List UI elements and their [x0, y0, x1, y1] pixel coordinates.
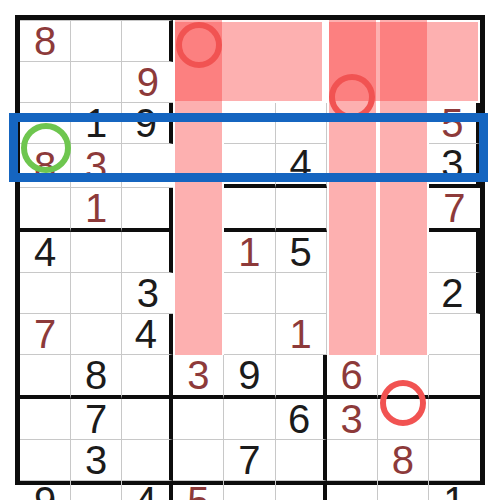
- cell-r3c7[interactable]: [224, 188, 275, 232]
- cell-digit: 7: [443, 188, 465, 228]
- cell-r9c8[interactable]: [378, 481, 429, 500]
- cell-r4c7[interactable]: [20, 273, 71, 314]
- cell-digit: 6: [341, 355, 363, 395]
- cell-r4c4[interactable]: 1: [224, 232, 275, 273]
- cell-digit: 9: [135, 103, 157, 143]
- cell-r4c8[interactable]: [71, 273, 122, 314]
- cell-r3c2[interactable]: 4: [276, 144, 327, 188]
- cell-digit: 9: [34, 481, 56, 500]
- cell-digit: 3: [137, 273, 159, 313]
- cell-r2c4[interactable]: [224, 103, 275, 144]
- cell-digit: 9: [238, 355, 260, 395]
- cell-r6c1[interactable]: [20, 355, 71, 399]
- cell-r4c5[interactable]: 5: [276, 232, 327, 273]
- cell-r5c7[interactable]: [224, 314, 275, 355]
- cell-r2c7[interactable]: 8: [20, 144, 71, 188]
- cell-digit: 7: [85, 399, 107, 439]
- cell-r8c5[interactable]: 7: [224, 440, 275, 481]
- cell-r9c4[interactable]: 5: [173, 481, 224, 500]
- cell-digit: 5: [289, 232, 311, 272]
- cell-digit: 6: [288, 399, 310, 439]
- cell-r4c3[interactable]: [122, 232, 173, 273]
- cell-digit: 3: [341, 399, 363, 439]
- cell-digit: 8: [392, 440, 414, 480]
- cell-r9c1[interactable]: 9: [20, 481, 71, 500]
- cell-r8c6[interactable]: [276, 440, 327, 481]
- cell-digit: 9: [137, 62, 159, 102]
- cell-digit: 1: [443, 481, 465, 500]
- cell-r3c6[interactable]: [122, 188, 173, 232]
- cell-r4c6[interactable]: [429, 232, 480, 273]
- cell-r8c9[interactable]: [429, 440, 480, 481]
- sudoku-board: 891958343174153274183967633789451: [15, 15, 485, 485]
- cell-r2c1[interactable]: [20, 103, 71, 144]
- cell-r7c4[interactable]: [173, 399, 224, 440]
- cell-r5c9[interactable]: [429, 314, 480, 355]
- cell-digit: 3: [85, 146, 107, 186]
- cell-r8c2[interactable]: 3: [71, 440, 122, 481]
- cell-r5c4[interactable]: 7: [20, 314, 71, 355]
- cell-r3c8[interactable]: [276, 188, 327, 232]
- cell-r8c3[interactable]: [122, 440, 173, 481]
- cell-digit: 3: [187, 355, 209, 395]
- cell-r2c3[interactable]: 9: [122, 103, 173, 144]
- cell-r9c2[interactable]: [71, 481, 122, 500]
- cell-r7c9[interactable]: [429, 399, 480, 440]
- cell-r7c3[interactable]: [122, 399, 173, 440]
- cell-r8c4[interactable]: [173, 440, 224, 481]
- cell-r3c5[interactable]: 1: [71, 188, 122, 232]
- cell-digit: 4: [34, 232, 56, 272]
- cell-digit: 1: [289, 314, 311, 354]
- cell-r1c4[interactable]: 8: [20, 21, 71, 62]
- cell-r2c9[interactable]: [122, 144, 173, 188]
- cell-r1c6[interactable]: [122, 21, 173, 62]
- cell-r3c4[interactable]: [20, 188, 71, 232]
- cell-digit: 4: [135, 481, 157, 500]
- cell-digit: 1: [85, 188, 107, 228]
- cell-digit: 8: [85, 355, 107, 395]
- cell-r6c3[interactable]: [122, 355, 173, 399]
- cell-r3c3[interactable]: 3: [429, 144, 480, 188]
- cell-r1c8[interactable]: [71, 62, 122, 103]
- cell-r7c1[interactable]: [20, 399, 71, 440]
- cell-digit: 7: [238, 440, 260, 480]
- cell-digit: 1: [85, 103, 107, 143]
- cell-r7c8[interactable]: [378, 399, 429, 440]
- cell-digit: 1: [238, 232, 260, 272]
- cell-r3c9[interactable]: 7: [429, 188, 480, 232]
- cell-digit: 3: [441, 144, 463, 184]
- highlight-column-7: [329, 20, 376, 355]
- highlight-column-8: [380, 20, 427, 355]
- cell-r9c3[interactable]: 4: [122, 481, 173, 500]
- cell-r5c8[interactable]: 1: [276, 314, 327, 355]
- cell-r7c5[interactable]: [224, 399, 275, 440]
- cell-r2c8[interactable]: 3: [71, 144, 122, 188]
- cell-r5c1[interactable]: [224, 273, 275, 314]
- cell-r7c7[interactable]: 3: [327, 399, 378, 440]
- cell-r4c2[interactable]: [71, 232, 122, 273]
- cell-r2c6[interactable]: 5: [429, 103, 480, 144]
- cell-r3c1[interactable]: [224, 144, 275, 188]
- cell-r4c9[interactable]: 3: [122, 273, 173, 314]
- cell-r2c2[interactable]: 1: [71, 103, 122, 144]
- cell-r6c6[interactable]: [276, 355, 327, 399]
- cell-digit: 2: [441, 273, 463, 313]
- cell-r7c2[interactable]: 7: [71, 399, 122, 440]
- cell-digit: 8: [34, 146, 56, 186]
- cell-r6c2[interactable]: 8: [71, 355, 122, 399]
- cell-r9c6[interactable]: [276, 481, 327, 500]
- cell-r5c2[interactable]: [276, 273, 327, 314]
- cell-digit: 7: [34, 314, 56, 354]
- cell-r1c5[interactable]: [71, 21, 122, 62]
- cell-r9c9[interactable]: 1: [429, 481, 480, 500]
- cell-r4c1[interactable]: 4: [20, 232, 71, 273]
- cell-digit: 3: [85, 440, 107, 480]
- cell-digit: 5: [187, 481, 209, 500]
- highlight-box-top-right: [329, 22, 478, 101]
- cell-r9c7[interactable]: [327, 481, 378, 500]
- sudoku-app: 891958343174153274183967633789451: [0, 0, 500, 500]
- cell-r8c7[interactable]: [327, 440, 378, 481]
- cell-r1c7[interactable]: [20, 62, 71, 103]
- cell-digit: 5: [441, 103, 463, 143]
- cell-r8c8[interactable]: 8: [378, 440, 429, 481]
- cell-r7c6[interactable]: 6: [276, 399, 327, 440]
- cell-r1c9[interactable]: 9: [122, 62, 173, 103]
- highlight-box-top-middle: [175, 22, 321, 101]
- cell-digit: 4: [135, 314, 157, 354]
- cell-r6c8[interactable]: [378, 355, 429, 399]
- cell-r2c5[interactable]: [276, 103, 327, 144]
- cell-r8c1[interactable]: [20, 440, 71, 481]
- cell-digit: 8: [34, 21, 56, 61]
- cell-r6c5[interactable]: 9: [224, 355, 275, 399]
- cell-r6c9[interactable]: [429, 355, 480, 399]
- cell-r5c6[interactable]: 4: [122, 314, 173, 355]
- cell-r6c7[interactable]: 6: [327, 355, 378, 399]
- cell-r5c3[interactable]: 2: [429, 273, 480, 314]
- cell-r9c5[interactable]: [224, 481, 275, 500]
- cell-r5c5[interactable]: [71, 314, 122, 355]
- cell-digit: 4: [289, 144, 311, 184]
- highlight-column-4: [175, 20, 222, 355]
- cell-r6c4[interactable]: 3: [173, 355, 224, 399]
